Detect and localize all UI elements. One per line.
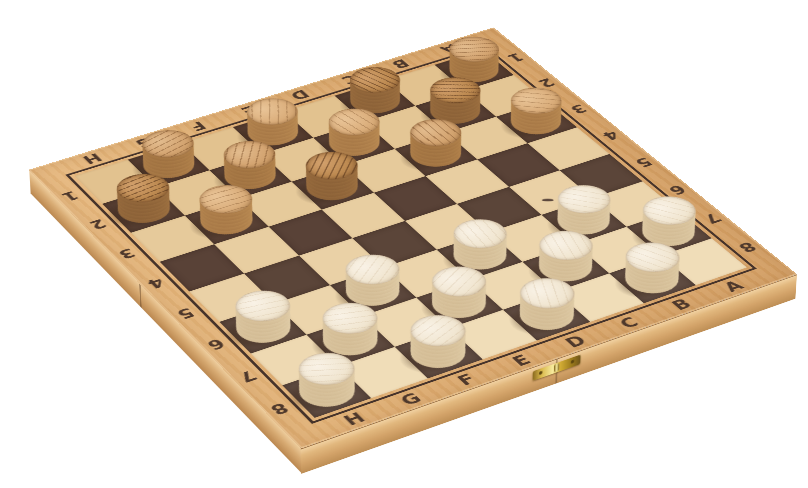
wood-knot — [542, 199, 554, 202]
photo-stage: HGFEDCBA HGFEDCBA 12345678 12345678 — [0, 0, 808, 488]
hinge-knuckle — [554, 363, 559, 373]
hinge-screw — [539, 371, 543, 376]
hinge-screw — [571, 359, 575, 364]
checkers-board: HGFEDCBA HGFEDCBA 12345678 12345678 — [28, 27, 797, 448]
box-seam-notch — [139, 283, 141, 308]
